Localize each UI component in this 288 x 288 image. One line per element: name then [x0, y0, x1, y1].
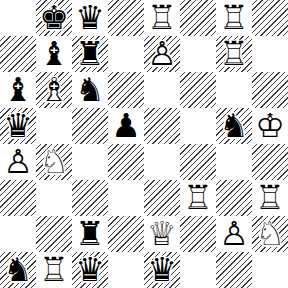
square-e8[interactable]: ♜♖: [144, 0, 180, 36]
piece-halo: ♜: [216, 0, 252, 36]
square-f5[interactable]: [180, 108, 216, 144]
piece-halo: ♜: [144, 0, 180, 36]
piece-halo: ♜: [72, 216, 108, 252]
square-b6[interactable]: ♝♗: [36, 72, 72, 108]
piece-white-rook: ♖: [252, 180, 288, 216]
square-e2[interactable]: ♛♕: [144, 216, 180, 252]
piece-halo: ♞: [252, 216, 288, 252]
square-d3[interactable]: [108, 180, 144, 216]
square-c6[interactable]: ♞♞: [72, 72, 108, 108]
piece-black-queen: ♛: [72, 252, 108, 288]
square-g3[interactable]: [216, 180, 252, 216]
piece-halo: ♞: [72, 72, 108, 108]
piece-black-king: ♚: [36, 0, 72, 36]
square-d7[interactable]: [108, 36, 144, 72]
piece-halo: ♛: [144, 252, 180, 288]
piece-white-knight: ♘: [252, 216, 288, 252]
square-h7[interactable]: [252, 36, 288, 72]
piece-white-pawn: ♙: [144, 36, 180, 72]
square-e6[interactable]: [144, 72, 180, 108]
square-c4[interactable]: [72, 144, 108, 180]
piece-halo: ♞: [0, 252, 36, 288]
piece-white-knight: ♘: [36, 144, 72, 180]
square-b7[interactable]: ♝♝: [36, 36, 72, 72]
piece-halo: ♟: [108, 108, 144, 144]
square-b3[interactable]: [36, 180, 72, 216]
square-g4[interactable]: [216, 144, 252, 180]
piece-white-pawn: ♙: [216, 216, 252, 252]
piece-black-knight: ♞: [0, 252, 36, 288]
piece-white-rook: ♖: [144, 0, 180, 36]
piece-halo: ♛: [72, 252, 108, 288]
chess-board: ♚♚♛♛♜♖♜♖♝♝♜♜♟♙♜♖♝♝♝♗♞♞♛♛♟♟♞♞♚♔♟♙♞♘♜♖♜♖♜♜…: [0, 0, 288, 288]
square-g2[interactable]: ♟♙: [216, 216, 252, 252]
square-g1[interactable]: [216, 252, 252, 288]
square-e7[interactable]: ♟♙: [144, 36, 180, 72]
piece-black-queen: ♛: [72, 0, 108, 36]
piece-white-pawn: ♙: [0, 144, 36, 180]
piece-halo: ♜: [216, 36, 252, 72]
square-f2[interactable]: [180, 216, 216, 252]
piece-halo: ♚: [252, 108, 288, 144]
square-d5[interactable]: ♟♟: [108, 108, 144, 144]
piece-white-king: ♔: [252, 108, 288, 144]
piece-halo: ♜: [72, 36, 108, 72]
square-f4[interactable]: [180, 144, 216, 180]
piece-halo: ♜: [180, 180, 216, 216]
square-e1[interactable]: ♛♛: [144, 252, 180, 288]
piece-halo: ♝: [36, 72, 72, 108]
piece-halo: ♛: [72, 0, 108, 36]
square-h5[interactable]: ♚♔: [252, 108, 288, 144]
piece-halo: ♟: [216, 216, 252, 252]
piece-white-queen: ♕: [144, 216, 180, 252]
square-c7[interactable]: ♜♜: [72, 36, 108, 72]
square-g8[interactable]: ♜♖: [216, 0, 252, 36]
piece-halo: ♛: [144, 216, 180, 252]
square-c3[interactable]: [72, 180, 108, 216]
square-f3[interactable]: ♜♖: [180, 180, 216, 216]
piece-black-knight: ♞: [216, 108, 252, 144]
piece-white-rook: ♖: [36, 252, 72, 288]
piece-black-rook: ♜: [72, 216, 108, 252]
square-c8[interactable]: ♛♛: [72, 0, 108, 36]
piece-halo: ♜: [36, 252, 72, 288]
piece-black-rook: ♜: [72, 36, 108, 72]
square-b8[interactable]: ♚♚: [36, 0, 72, 36]
piece-black-knight: ♞: [72, 72, 108, 108]
square-d8[interactable]: [108, 0, 144, 36]
square-a3[interactable]: [0, 180, 36, 216]
piece-halo: ♝: [0, 72, 36, 108]
piece-white-bishop: ♗: [36, 72, 72, 108]
square-a7[interactable]: [0, 36, 36, 72]
square-a1[interactable]: ♞♞: [0, 252, 36, 288]
square-f8[interactable]: [180, 0, 216, 36]
square-h2[interactable]: ♞♘: [252, 216, 288, 252]
square-f1[interactable]: [180, 252, 216, 288]
piece-halo: ♟: [0, 144, 36, 180]
piece-black-pawn: ♟: [108, 108, 144, 144]
square-b1[interactable]: ♜♖: [36, 252, 72, 288]
square-g6[interactable]: [216, 72, 252, 108]
square-d2[interactable]: [108, 216, 144, 252]
square-a5[interactable]: ♛♛: [0, 108, 36, 144]
piece-black-queen: ♛: [0, 108, 36, 144]
square-a6[interactable]: ♝♝: [0, 72, 36, 108]
square-h3[interactable]: ♜♖: [252, 180, 288, 216]
square-c5[interactable]: [72, 108, 108, 144]
square-h8[interactable]: [252, 0, 288, 36]
piece-black-queen: ♛: [144, 252, 180, 288]
square-e3[interactable]: [144, 180, 180, 216]
piece-halo: ♚: [36, 0, 72, 36]
square-e4[interactable]: [144, 144, 180, 180]
square-g7[interactable]: ♜♖: [216, 36, 252, 72]
piece-halo: ♝: [36, 36, 72, 72]
piece-white-rook: ♖: [180, 180, 216, 216]
square-a2[interactable]: [0, 216, 36, 252]
piece-black-bishop: ♝: [36, 36, 72, 72]
piece-white-rook: ♖: [216, 36, 252, 72]
square-f6[interactable]: [180, 72, 216, 108]
piece-black-bishop: ♝: [0, 72, 36, 108]
square-h1[interactable]: [252, 252, 288, 288]
piece-halo: ♜: [252, 180, 288, 216]
square-g5[interactable]: ♞♞: [216, 108, 252, 144]
square-h6[interactable]: [252, 72, 288, 108]
piece-halo: ♟: [144, 36, 180, 72]
square-b2[interactable]: [36, 216, 72, 252]
piece-halo: ♞: [216, 108, 252, 144]
square-e5[interactable]: [144, 108, 180, 144]
square-a4[interactable]: ♟♙: [0, 144, 36, 180]
square-d4[interactable]: [108, 144, 144, 180]
square-c1[interactable]: ♛♛: [72, 252, 108, 288]
square-f7[interactable]: [180, 36, 216, 72]
square-b5[interactable]: [36, 108, 72, 144]
piece-halo: ♞: [36, 144, 72, 180]
piece-halo: ♛: [0, 108, 36, 144]
square-a8[interactable]: [0, 0, 36, 36]
square-d1[interactable]: [108, 252, 144, 288]
square-c2[interactable]: ♜♜: [72, 216, 108, 252]
square-b4[interactable]: ♞♘: [36, 144, 72, 180]
square-h4[interactable]: [252, 144, 288, 180]
square-d6[interactable]: [108, 72, 144, 108]
piece-white-rook: ♖: [216, 0, 252, 36]
